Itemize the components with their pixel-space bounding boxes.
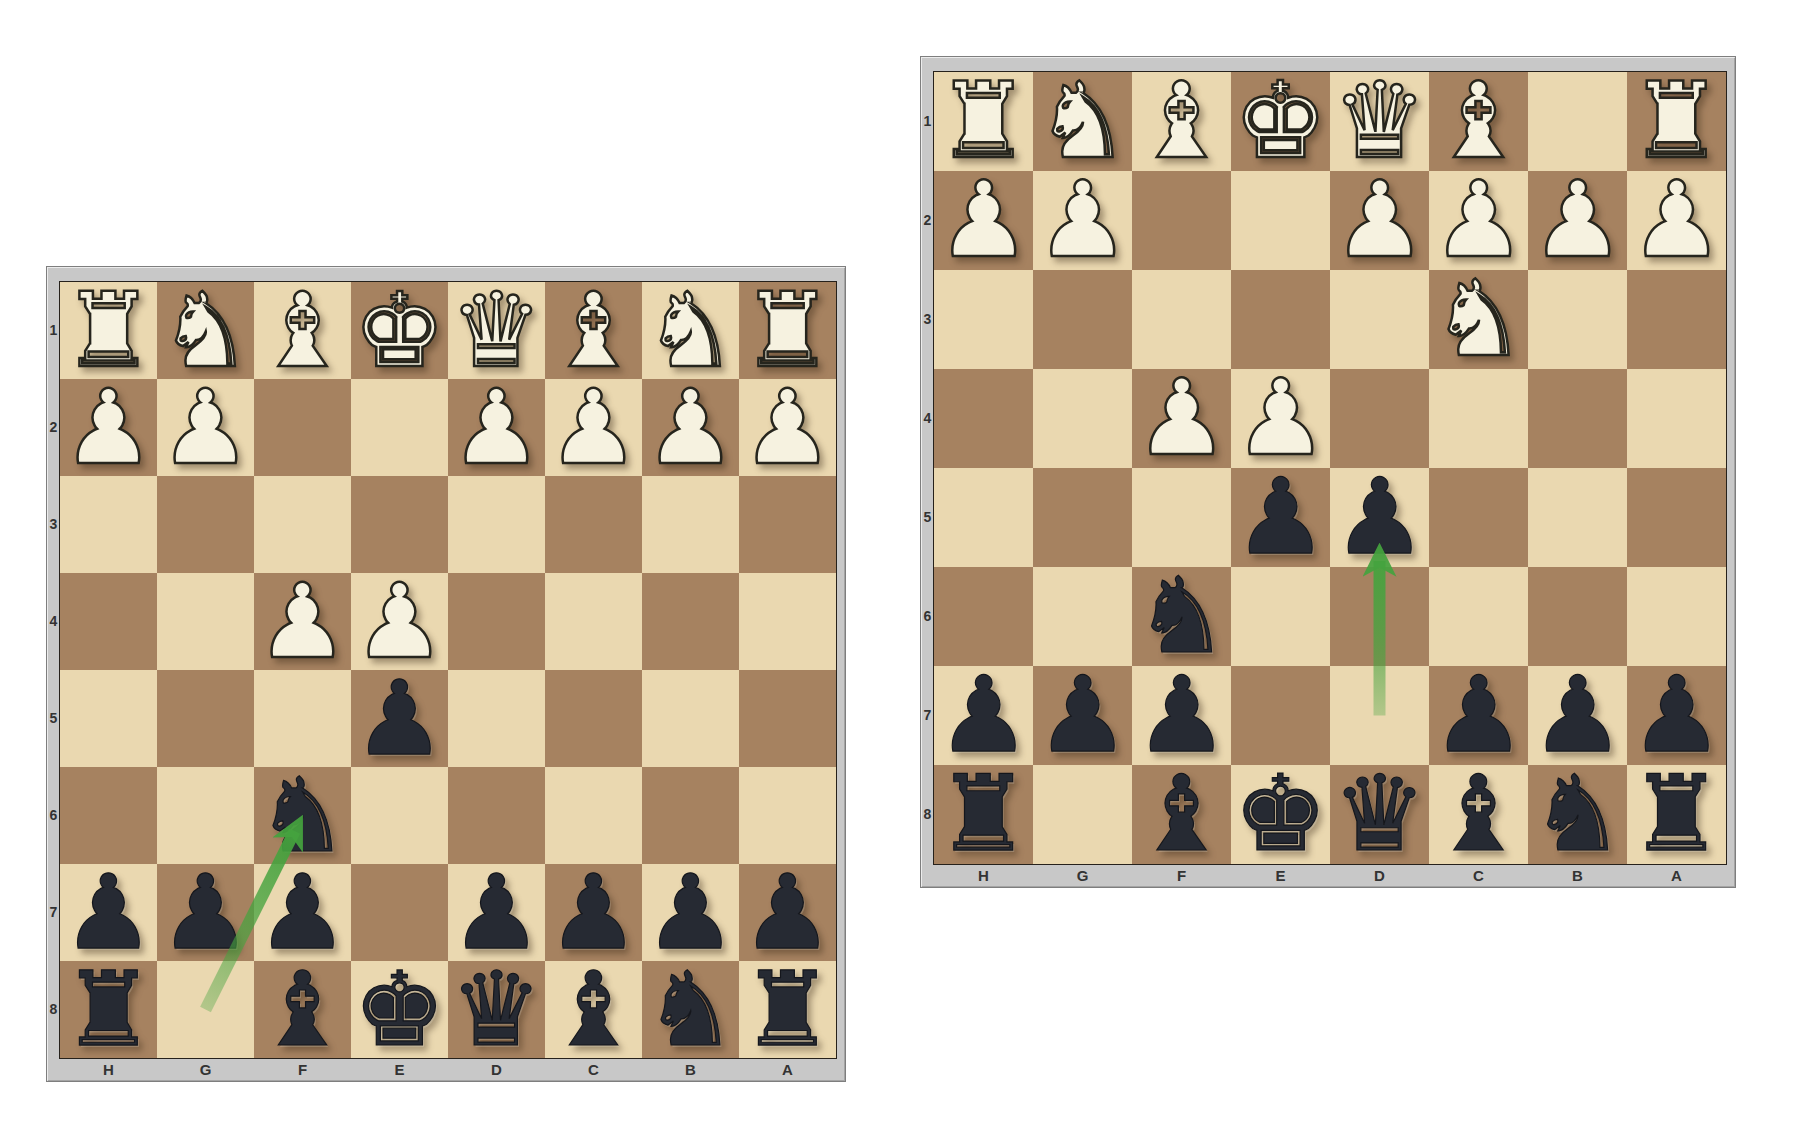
black-queen-piece[interactable]: ♛ (1332, 762, 1426, 867)
black-bishop-piece[interactable]: ♝ (1431, 762, 1525, 867)
square-h4[interactable] (934, 369, 1033, 468)
square-g7[interactable]: ♟ (1033, 666, 1132, 765)
square-g8[interactable] (1033, 765, 1132, 864)
rank-label-2: 2 (921, 171, 934, 270)
square-e8[interactable]: ♚ (1231, 765, 1330, 864)
square-c8[interactable]: ♝ (1429, 765, 1528, 864)
square-g8[interactable] (157, 961, 254, 1058)
square-d3[interactable] (448, 476, 545, 573)
black-knight-piece[interactable]: ♞ (644, 958, 736, 1061)
file-label-d: D (448, 1058, 545, 1081)
square-c2[interactable]: ♟ (1429, 171, 1528, 270)
square-e5[interactable]: ♟ (351, 670, 448, 767)
square-f4[interactable]: ♟ (1132, 369, 1231, 468)
square-a7[interactable]: ♟ (1627, 666, 1726, 765)
square-e1[interactable]: ♚ (1231, 72, 1330, 171)
square-e2[interactable] (1231, 171, 1330, 270)
file-label-b: B (642, 1058, 739, 1081)
square-d6[interactable] (448, 767, 545, 864)
square-e5[interactable]: ♟ (1231, 468, 1330, 567)
black-rook-piece[interactable]: ♜ (1629, 762, 1723, 867)
square-c5[interactable] (1429, 468, 1528, 567)
file-label-d: D (1330, 864, 1429, 887)
square-f3[interactable] (1132, 270, 1231, 369)
square-d3[interactable] (1330, 270, 1429, 369)
rank-label-1: 1 (921, 72, 934, 171)
square-b4[interactable] (642, 573, 739, 670)
file-label-a: A (739, 1058, 836, 1081)
square-h3[interactable] (934, 270, 1033, 369)
square-d5[interactable]: ♟ (1330, 468, 1429, 567)
square-c2[interactable]: ♟ (545, 379, 642, 476)
rank-label-7: 7 (47, 864, 60, 961)
square-g4[interactable] (1033, 369, 1132, 468)
square-b2[interactable]: ♟ (1528, 171, 1627, 270)
square-b1[interactable] (1528, 72, 1627, 171)
square-e3[interactable] (1231, 270, 1330, 369)
square-a2[interactable]: ♟ (739, 379, 836, 476)
square-e8[interactable]: ♚ (351, 961, 448, 1058)
square-h3[interactable] (60, 476, 157, 573)
square-h2[interactable]: ♟ (934, 171, 1033, 270)
square-f8[interactable]: ♝ (254, 961, 351, 1058)
square-h5[interactable] (60, 670, 157, 767)
chess-diagram-canvas: ♜♞♝♚♛♝♞♜♟♟♟♟♟♟♟♟♟♞♟♟♟♟♟♟♟♜♝♚♛♝♞♜12345678… (0, 0, 1799, 1134)
white-pawn-piece[interactable]: ♟ (256, 570, 348, 673)
square-f2[interactable] (254, 379, 351, 476)
right-chess-board: ♜♞♝♚♛♝♜♟♟♟♟♟♟♞♟♟♟♟♞♟♟♟♟♟♟♜♝♚♛♝♞♜12345678… (921, 57, 1735, 887)
square-b3[interactable] (642, 476, 739, 573)
square-e6[interactable] (351, 767, 448, 864)
white-pawn-piece[interactable]: ♟ (1035, 168, 1129, 273)
square-c6[interactable] (545, 767, 642, 864)
square-e6[interactable] (1231, 567, 1330, 666)
square-a8[interactable]: ♜ (739, 961, 836, 1058)
square-d1[interactable]: ♛ (448, 282, 545, 379)
rank-label-5: 5 (47, 670, 60, 767)
square-b8[interactable]: ♞ (1528, 765, 1627, 864)
square-f3[interactable] (254, 476, 351, 573)
square-a4[interactable] (739, 573, 836, 670)
square-c7[interactable]: ♟ (545, 864, 642, 961)
square-g6[interactable] (1033, 567, 1132, 666)
square-d6[interactable] (1330, 567, 1429, 666)
square-c3[interactable]: ♞ (1429, 270, 1528, 369)
square-d7[interactable]: ♟ (448, 864, 545, 961)
white-pawn-piece[interactable]: ♟ (159, 376, 251, 479)
left-chess-board: ♜♞♝♚♛♝♞♜♟♟♟♟♟♟♟♟♟♞♟♟♟♟♟♟♟♜♝♚♛♝♞♜12345678… (47, 267, 845, 1081)
square-a1[interactable]: ♜ (1627, 72, 1726, 171)
board-grid: ♜♞♝♚♛♝♜♟♟♟♟♟♟♞♟♟♟♟♞♟♟♟♟♟♟♜♝♚♛♝♞♜ (934, 72, 1726, 864)
square-d4[interactable] (1330, 369, 1429, 468)
white-pawn-piece[interactable]: ♟ (1332, 168, 1426, 273)
square-b4[interactable] (1528, 369, 1627, 468)
white-bishop-piece[interactable]: ♝ (256, 279, 348, 382)
square-d2[interactable]: ♟ (448, 379, 545, 476)
file-label-g: G (157, 1058, 254, 1081)
square-d4[interactable] (448, 573, 545, 670)
square-c6[interactable] (1429, 567, 1528, 666)
square-g5[interactable] (157, 670, 254, 767)
file-label-f: F (254, 1058, 351, 1081)
square-f6[interactable]: ♞ (1132, 567, 1231, 666)
square-h7[interactable]: ♟ (934, 666, 1033, 765)
square-d7[interactable] (1330, 666, 1429, 765)
square-a3[interactable] (739, 476, 836, 573)
rank-label-3: 3 (921, 270, 934, 369)
square-g3[interactable] (1033, 270, 1132, 369)
rank-label-5: 5 (921, 468, 934, 567)
square-b6[interactable] (642, 767, 739, 864)
square-b5[interactable] (1528, 468, 1627, 567)
file-label-f: F (1132, 864, 1231, 887)
rank-label-8: 8 (921, 765, 934, 864)
file-label-e: E (1231, 864, 1330, 887)
square-f2[interactable] (1132, 171, 1231, 270)
rank-label-3: 3 (47, 476, 60, 573)
square-a6[interactable] (1627, 567, 1726, 666)
black-bishop-piece[interactable]: ♝ (547, 958, 639, 1061)
rank-label-4: 4 (47, 573, 60, 670)
square-b5[interactable] (642, 670, 739, 767)
square-h6[interactable] (934, 567, 1033, 666)
square-d8[interactable]: ♛ (1330, 765, 1429, 864)
square-g3[interactable] (157, 476, 254, 573)
white-pawn-piece[interactable]: ♟ (62, 376, 154, 479)
white-pawn-piece[interactable]: ♟ (644, 376, 736, 479)
square-c3[interactable] (545, 476, 642, 573)
square-a4[interactable] (1627, 369, 1726, 468)
square-c4[interactable] (545, 573, 642, 670)
rank-label-6: 6 (921, 567, 934, 666)
square-f7[interactable]: ♟ (1132, 666, 1231, 765)
square-a2[interactable]: ♟ (1627, 171, 1726, 270)
square-f1[interactable]: ♝ (254, 282, 351, 379)
square-e3[interactable] (351, 476, 448, 573)
rank-label-6: 6 (47, 767, 60, 864)
file-label-c: C (545, 1058, 642, 1081)
square-h5[interactable] (934, 468, 1033, 567)
black-rook-piece[interactable]: ♜ (62, 958, 154, 1061)
square-d2[interactable]: ♟ (1330, 171, 1429, 270)
square-g6[interactable] (157, 767, 254, 864)
square-e1[interactable]: ♚ (351, 282, 448, 379)
square-b2[interactable]: ♟ (642, 379, 739, 476)
white-pawn-piece[interactable]: ♟ (1530, 168, 1624, 273)
square-e4[interactable]: ♟ (1231, 369, 1330, 468)
square-d5[interactable] (448, 670, 545, 767)
square-g1[interactable]: ♞ (157, 282, 254, 379)
square-e7[interactable] (1231, 666, 1330, 765)
square-b3[interactable] (1528, 270, 1627, 369)
white-pawn-piece[interactable]: ♟ (1134, 366, 1228, 471)
black-bishop-piece[interactable]: ♝ (1134, 762, 1228, 867)
square-c8[interactable]: ♝ (545, 961, 642, 1058)
rank-label-1: 1 (47, 282, 60, 379)
white-pawn-piece[interactable]: ♟ (936, 168, 1030, 273)
white-pawn-piece[interactable]: ♟ (547, 376, 639, 479)
square-c4[interactable] (1429, 369, 1528, 468)
square-f4[interactable]: ♟ (254, 573, 351, 670)
square-g2[interactable]: ♟ (1033, 171, 1132, 270)
square-c1[interactable]: ♝ (1429, 72, 1528, 171)
square-h1[interactable]: ♜ (60, 282, 157, 379)
white-pawn-piece[interactable]: ♟ (450, 376, 542, 479)
square-c5[interactable] (545, 670, 642, 767)
black-pawn-piece[interactable]: ♟ (1035, 663, 1129, 768)
square-f6[interactable]: ♞ (254, 767, 351, 864)
file-label-b: B (1528, 864, 1627, 887)
square-f5[interactable] (254, 670, 351, 767)
file-label-h: H (60, 1058, 157, 1081)
square-a1[interactable]: ♜ (739, 282, 836, 379)
square-f8[interactable]: ♝ (1132, 765, 1231, 864)
file-label-a: A (1627, 864, 1726, 887)
square-h4[interactable] (60, 573, 157, 670)
black-pawn-piece[interactable]: ♟ (1332, 465, 1426, 570)
square-e4[interactable]: ♟ (351, 573, 448, 670)
rank-label-7: 7 (921, 666, 934, 765)
rank-label-2: 2 (47, 379, 60, 476)
square-h1[interactable]: ♜ (934, 72, 1033, 171)
square-g5[interactable] (1033, 468, 1132, 567)
square-b6[interactable] (1528, 567, 1627, 666)
file-label-e: E (351, 1058, 448, 1081)
square-a7[interactable]: ♟ (739, 864, 836, 961)
square-g2[interactable]: ♟ (157, 379, 254, 476)
square-g1[interactable]: ♞ (1033, 72, 1132, 171)
square-g4[interactable] (157, 573, 254, 670)
square-f5[interactable] (1132, 468, 1231, 567)
white-pawn-piece[interactable]: ♟ (1629, 168, 1723, 273)
black-rook-piece[interactable]: ♜ (741, 958, 833, 1061)
square-e2[interactable] (351, 379, 448, 476)
square-a5[interactable] (1627, 468, 1726, 567)
white-pawn-piece[interactable]: ♟ (741, 376, 833, 479)
black-king-piece[interactable]: ♚ (353, 958, 445, 1061)
square-a6[interactable] (739, 767, 836, 864)
square-e7[interactable] (351, 864, 448, 961)
black-knight-piece[interactable]: ♞ (1530, 762, 1624, 867)
square-b8[interactable]: ♞ (642, 961, 739, 1058)
file-label-c: C (1429, 864, 1528, 887)
file-label-h: H (934, 864, 1033, 887)
rank-label-4: 4 (921, 369, 934, 468)
square-c1[interactable]: ♝ (545, 282, 642, 379)
square-a3[interactable] (1627, 270, 1726, 369)
black-pawn-piece[interactable]: ♟ (159, 861, 251, 964)
white-king-piece[interactable]: ♚ (1233, 69, 1327, 174)
square-a8[interactable]: ♜ (1627, 765, 1726, 864)
file-label-g: G (1033, 864, 1132, 887)
square-f7[interactable]: ♟ (254, 864, 351, 961)
square-a5[interactable] (739, 670, 836, 767)
square-c7[interactable]: ♟ (1429, 666, 1528, 765)
square-d8[interactable]: ♛ (448, 961, 545, 1058)
square-f1[interactable]: ♝ (1132, 72, 1231, 171)
black-pawn-piece[interactable]: ♟ (1233, 465, 1327, 570)
white-knight-piece[interactable]: ♞ (1431, 267, 1525, 372)
black-bishop-piece[interactable]: ♝ (256, 958, 348, 1061)
square-h8[interactable]: ♜ (934, 765, 1033, 864)
black-king-piece[interactable]: ♚ (1233, 762, 1327, 867)
rank-label-8: 8 (47, 961, 60, 1058)
black-rook-piece[interactable]: ♜ (936, 762, 1030, 867)
square-b7[interactable]: ♟ (1528, 666, 1627, 765)
white-bishop-piece[interactable]: ♝ (1134, 69, 1228, 174)
white-king-piece[interactable]: ♚ (353, 279, 445, 382)
square-h8[interactable]: ♜ (60, 961, 157, 1058)
black-pawn-piece[interactable]: ♟ (353, 667, 445, 770)
board-grid: ♜♞♝♚♛♝♞♜♟♟♟♟♟♟♟♟♟♞♟♟♟♟♟♟♟♜♝♚♛♝♞♜ (60, 282, 836, 1058)
black-queen-piece[interactable]: ♛ (450, 958, 542, 1061)
square-b1[interactable]: ♞ (642, 282, 739, 379)
square-h6[interactable] (60, 767, 157, 864)
square-d1[interactable]: ♛ (1330, 72, 1429, 171)
square-g7[interactable]: ♟ (157, 864, 254, 961)
square-h7[interactable]: ♟ (60, 864, 157, 961)
square-h2[interactable]: ♟ (60, 379, 157, 476)
square-b7[interactable]: ♟ (642, 864, 739, 961)
